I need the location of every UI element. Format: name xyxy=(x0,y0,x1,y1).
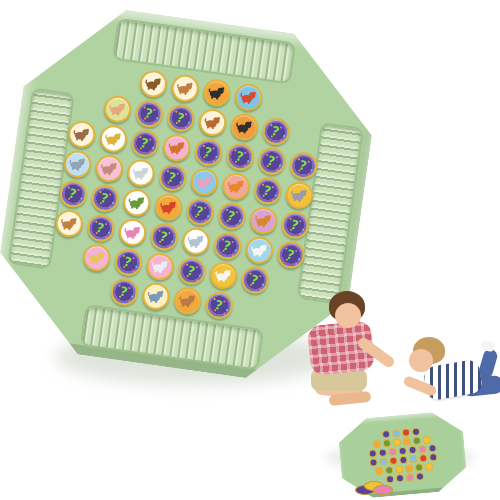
tile-r6c4-face-down[interactable]: ? xyxy=(149,221,179,251)
tile-r7c5-yellow-cat[interactable] xyxy=(208,260,238,290)
mini-tile xyxy=(374,466,383,475)
tile-r5c4-crab[interactable] xyxy=(153,191,183,221)
tile-r1c4-rooster[interactable] xyxy=(233,81,263,111)
tile-r4c8-sloth[interactable] xyxy=(284,179,314,209)
stacked-tile xyxy=(373,485,393,495)
tile-r4c1-koala[interactable] xyxy=(62,148,92,178)
mini-tile xyxy=(394,465,403,474)
tile-r5c7-fox[interactable] xyxy=(248,205,278,235)
tile-r2c3-face-down[interactable]: ? xyxy=(165,102,195,132)
mini-tile xyxy=(401,428,410,437)
tile-r6c7-pony[interactable] xyxy=(244,234,274,264)
tile-r5c2-face-down[interactable]: ? xyxy=(89,182,119,212)
mini-tile xyxy=(408,445,417,454)
tile-r8c2-shark[interactable] xyxy=(140,281,170,311)
tile-r7c3-pink-elephant[interactable] xyxy=(144,251,174,281)
tile-r5c8-face-down[interactable]: ? xyxy=(280,209,310,239)
tile-r4c6-lion[interactable] xyxy=(220,171,250,201)
tile-r5c5-face-down[interactable]: ? xyxy=(185,196,215,226)
tile-r7c6-face-down[interactable]: ? xyxy=(240,264,270,294)
tile-r5c3-turtle[interactable] xyxy=(121,187,151,217)
tile-r7c2-face-down[interactable]: ? xyxy=(113,246,143,276)
mini-tile xyxy=(384,465,393,474)
mini-tile xyxy=(372,439,381,448)
tile-r1c3-skunk[interactable] xyxy=(201,77,231,107)
boy-right-face xyxy=(409,349,433,372)
mini-tile xyxy=(389,456,398,465)
mini-tile xyxy=(392,438,401,447)
tile-r8c4-face-down[interactable]: ? xyxy=(204,289,234,319)
mini-tile xyxy=(404,464,413,473)
tile-r4c7-face-down[interactable]: ? xyxy=(252,175,282,205)
tile-r3c6-face-down[interactable]: ? xyxy=(225,141,255,171)
tile-r6c3-hummingbird[interactable] xyxy=(117,217,147,247)
tile-r6c2-face-down[interactable]: ? xyxy=(85,212,115,242)
mini-tile xyxy=(428,444,437,453)
tile-r5c1-face-down[interactable]: ? xyxy=(58,178,88,208)
mini-tile xyxy=(414,463,423,472)
mini-tile xyxy=(369,458,378,467)
mini-tile xyxy=(424,462,433,471)
mini-tile xyxy=(379,457,388,466)
mini-tile xyxy=(381,430,390,439)
mini-tile xyxy=(388,447,397,456)
mini-tile xyxy=(418,453,427,462)
tile-r4c4-face-down[interactable]: ? xyxy=(157,162,187,192)
inset-tile-stack xyxy=(355,481,395,497)
mini-tile xyxy=(402,437,411,446)
tile-r6c6-face-down[interactable]: ? xyxy=(212,230,242,260)
tile-r6c8-face-down[interactable]: ? xyxy=(275,239,305,269)
tile-r8c3-donkey[interactable] xyxy=(172,285,202,315)
tile-r3c7-face-down[interactable]: ? xyxy=(256,145,286,175)
tile-r7c4-face-down[interactable]: ? xyxy=(176,255,206,285)
mini-tile xyxy=(391,429,400,438)
tile-r4c2-mouse[interactable] xyxy=(94,153,124,183)
mini-tile xyxy=(411,427,420,436)
mini-tile xyxy=(422,435,431,444)
mini-tile xyxy=(412,436,421,445)
mini-tile xyxy=(418,444,427,453)
mini-tile xyxy=(399,455,408,464)
tile-r1c1-beaver[interactable] xyxy=(138,68,168,98)
tile-r2c4-squirrel[interactable] xyxy=(197,107,227,137)
tile-r2c1-anteater[interactable] xyxy=(102,93,132,123)
tile-r7c1-giraffe[interactable] xyxy=(81,242,111,272)
mini-tile xyxy=(428,453,437,462)
tile-r1c2-monkey[interactable] xyxy=(170,73,200,103)
tile-r6c5-cat[interactable] xyxy=(180,226,210,256)
tile-r3c8-face-down[interactable]: ? xyxy=(288,150,318,180)
tile-r6c1-monkey[interactable] xyxy=(54,208,84,238)
tile-r4c3-crane[interactable] xyxy=(125,157,155,187)
tile-r2c2-face-down[interactable]: ? xyxy=(134,98,164,128)
mini-tile xyxy=(382,439,391,448)
mini-tile xyxy=(378,448,387,457)
tile-r4c5-elephant[interactable] xyxy=(189,166,219,196)
tile-r2c6-face-down[interactable]: ? xyxy=(260,116,290,146)
mini-tile xyxy=(415,472,424,481)
product-photo: ???????????????????????? xyxy=(0,0,500,500)
tile-r3c5-face-down[interactable]: ? xyxy=(193,136,223,166)
mini-tile xyxy=(398,446,407,455)
tile-r3c3-face-down[interactable]: ? xyxy=(129,128,159,158)
mini-tile xyxy=(395,474,404,483)
tile-r8c1-face-down[interactable]: ? xyxy=(109,276,139,306)
tile-r2c5-panda[interactable] xyxy=(229,111,259,141)
tile-r3c2-bee[interactable] xyxy=(98,123,128,153)
mini-tile xyxy=(409,454,418,463)
mini-tile xyxy=(405,473,414,482)
tile-r3c4-moth[interactable] xyxy=(161,132,191,162)
tile-r3c1-snail[interactable] xyxy=(66,119,96,149)
mini-tile xyxy=(368,449,377,458)
tile-r5c6-face-down[interactable]: ? xyxy=(216,200,246,230)
lifestyle-inset xyxy=(285,285,500,500)
boy-left-face xyxy=(335,303,361,328)
